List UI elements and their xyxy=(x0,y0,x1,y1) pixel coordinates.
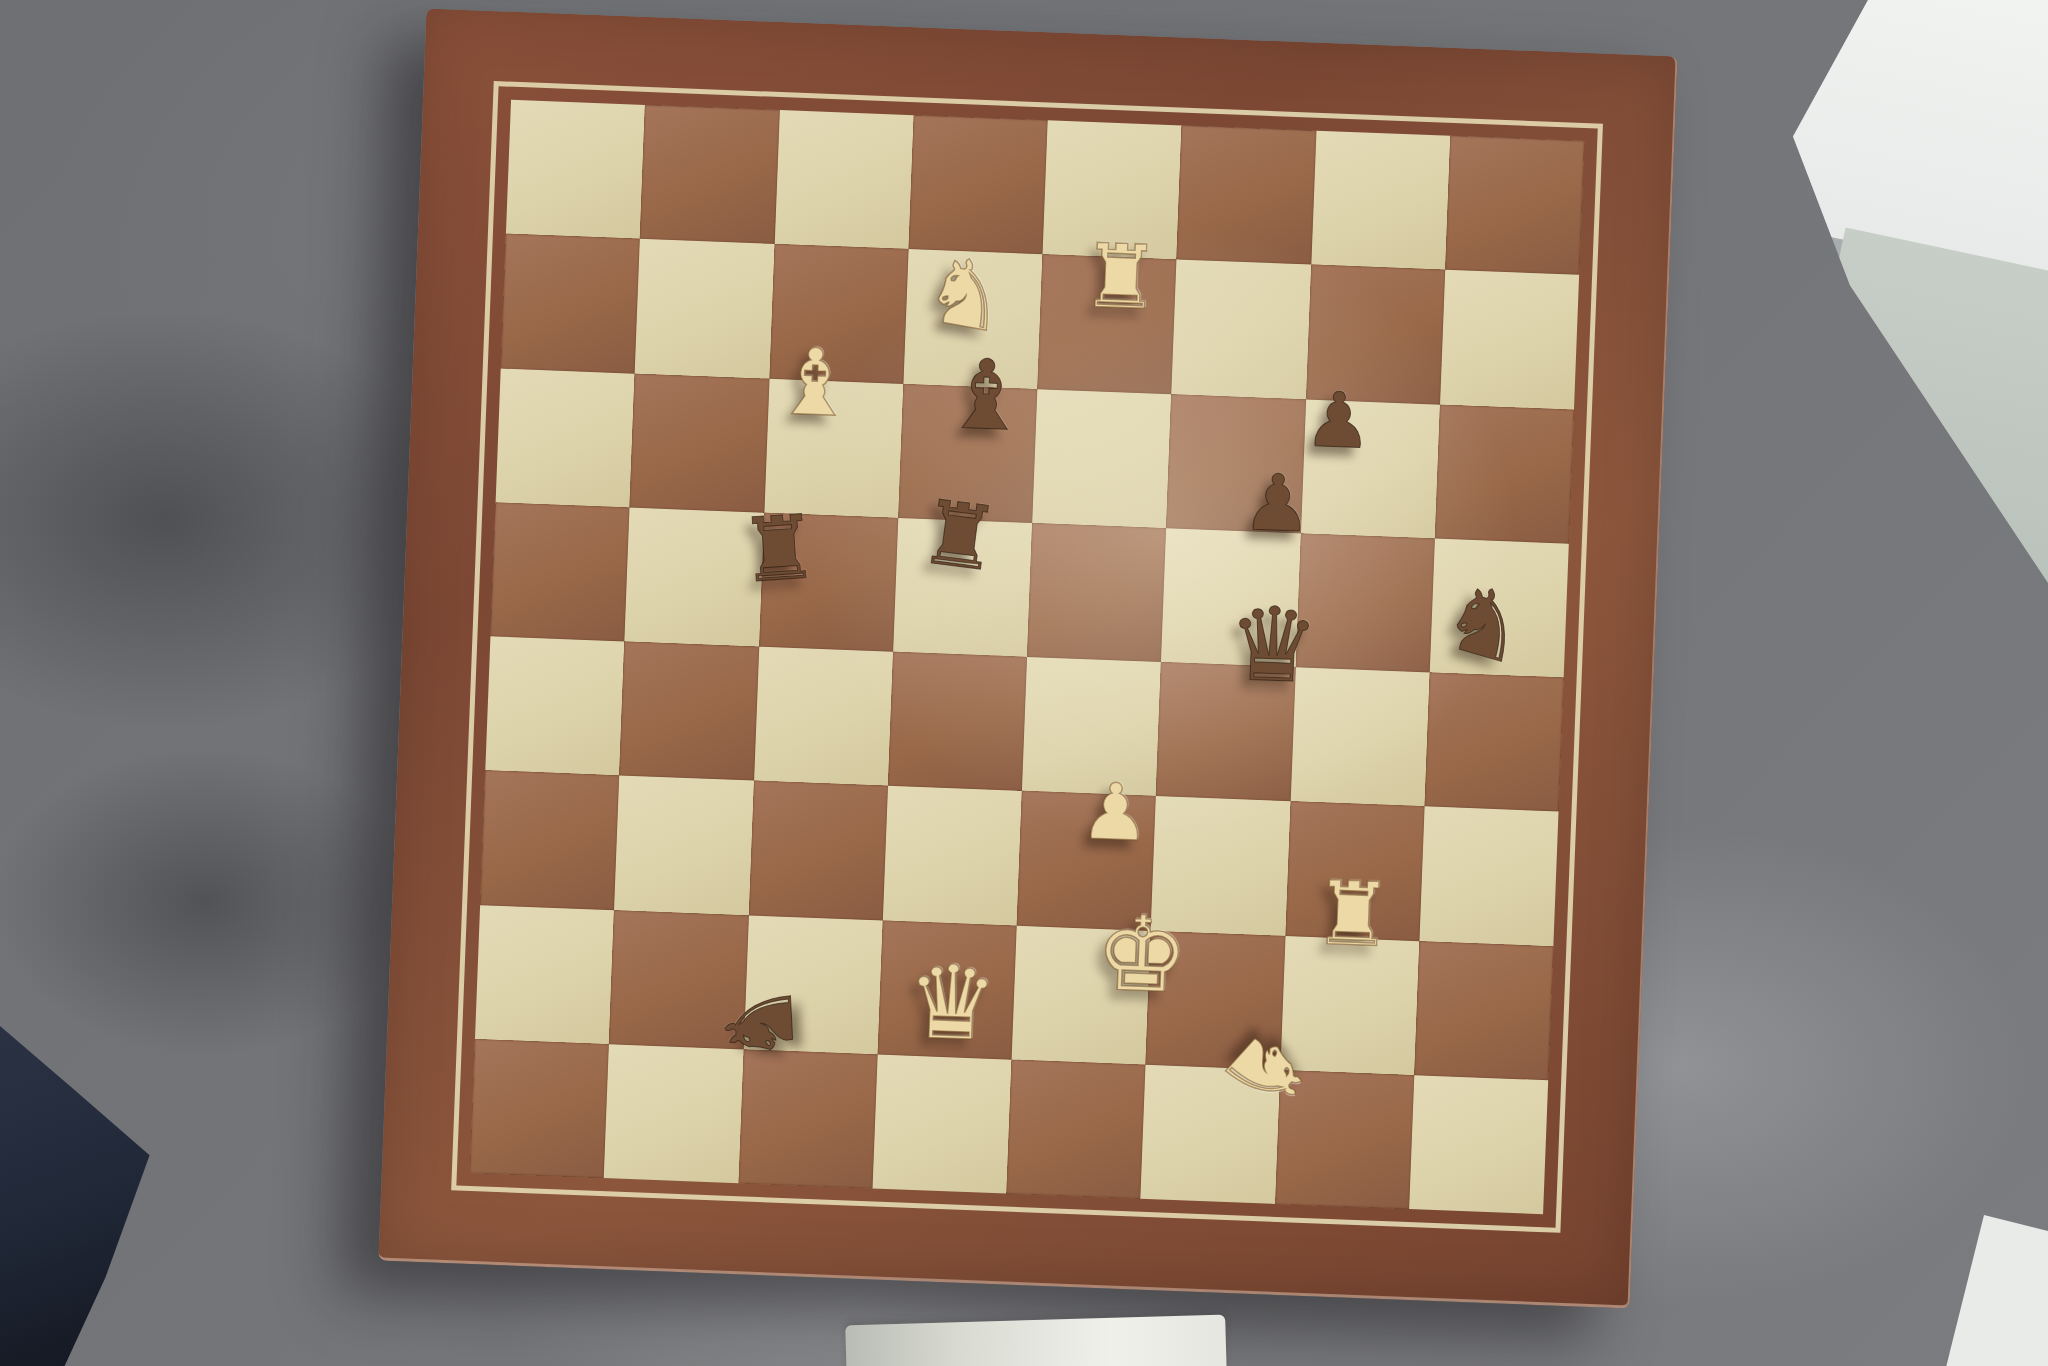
white-knight-fallen-f1[interactable]: ♞ xyxy=(1205,1011,1329,1134)
pieces-layer: ♜♞♝♝♟♟♜♜♛♞♟♜♛♚♞♞ xyxy=(470,100,1584,1214)
dark-bishop-d6[interactable]: ♝ xyxy=(941,346,1031,445)
white-box xyxy=(845,1315,1227,1366)
dark-pawn-g6[interactable]: ♟ xyxy=(1303,382,1374,461)
floor-tile-bottom-right xyxy=(1945,1215,2048,1366)
white-bishop-c6[interactable]: ♝ xyxy=(772,336,858,431)
white-rook-e7[interactable]: ♜ xyxy=(1080,232,1162,323)
dark-queen-f5[interactable]: ♛ xyxy=(1226,592,1321,697)
white-king-e2[interactable]: ♚ xyxy=(1093,900,1190,1008)
sage-floor-tile xyxy=(1777,227,2048,612)
white-knight-d7[interactable]: ♞ xyxy=(917,243,1014,348)
chess-board: ♜♞♝♝♟♟♜♜♛♞♟♜♛♚♞♞ xyxy=(378,8,1677,1308)
dark-pawn-f6[interactable]: ♟ xyxy=(1241,463,1314,544)
dark-rook-d5[interactable]: ♜ xyxy=(915,487,1004,584)
floor-tiles-top-right xyxy=(1748,0,2048,620)
dark-rook-c5[interactable]: ♜ xyxy=(736,502,821,595)
dark-knight-h5[interactable]: ♞ xyxy=(1433,569,1538,680)
white-queen-d2[interactable]: ♛ xyxy=(904,951,999,1056)
white-pawn-e3[interactable]: ♟ xyxy=(1079,772,1152,853)
white-rook-g3[interactable]: ♜ xyxy=(1312,870,1394,961)
denim-fabric xyxy=(0,1026,170,1366)
photo-scene: ♜♞♝♝♟♟♜♜♛♞♟♜♛♚♞♞ xyxy=(0,0,2048,1366)
dark-knight-fallen-c2[interactable]: ♞ xyxy=(712,980,808,1067)
